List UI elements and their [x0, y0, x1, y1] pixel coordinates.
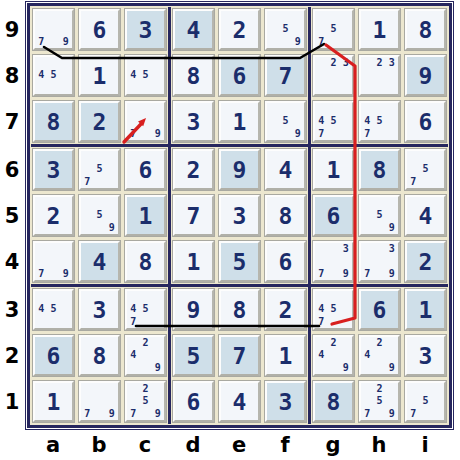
candidate-g4-3: 3 — [340, 243, 352, 255]
candidate-g8-2: 2 — [327, 57, 339, 69]
digit-i9: 8 — [407, 11, 444, 48]
candidate-h8-3: 3 — [386, 57, 398, 69]
digit-a5: 2 — [35, 197, 72, 234]
col-label-h: h — [367, 431, 391, 459]
cell-a5[interactable]: 2 — [33, 195, 74, 236]
candidate-g2-4: 4 — [315, 349, 327, 361]
cell-f7[interactable]: 59 — [265, 101, 306, 142]
candidate-g7-5: 5 — [327, 115, 339, 127]
cell-b8[interactable]: 1 — [79, 55, 120, 96]
candidate-a4-7: 7 — [35, 268, 47, 280]
candidate-i1-5: 5 — [419, 395, 431, 407]
digit-b7: 2 — [81, 103, 118, 140]
candidate-h5-5: 5 — [373, 209, 385, 221]
digit-f5: 8 — [267, 197, 304, 234]
cell-h5[interactable]: 59 — [359, 195, 400, 236]
row-label-7: 7 — [0, 108, 24, 136]
candidates-g4: 379 — [315, 243, 352, 280]
digit-a7: 8 — [35, 103, 72, 140]
cell-i7[interactable]: 6 — [405, 101, 446, 142]
cell-b7[interactable]: 2 — [79, 101, 120, 142]
candidates-b5: 59 — [81, 197, 118, 234]
cell-a1[interactable]: 1 — [33, 381, 74, 422]
sudoku-grid: 7963451458279425986731595718232394574576… — [31, 7, 448, 424]
candidate-b6-5: 5 — [93, 163, 105, 175]
digit-f3: 2 — [267, 291, 304, 328]
cell-a7[interactable]: 8 — [33, 101, 74, 142]
candidate-a8-4: 4 — [35, 69, 47, 81]
cell-d5[interactable]: 7 — [173, 195, 214, 236]
candidate-c2-4: 4 — [127, 349, 139, 361]
cell-h8[interactable]: 23 — [359, 55, 400, 96]
candidate-h7-4: 4 — [361, 115, 373, 127]
candidate-c8-5: 5 — [139, 69, 151, 81]
box-7: 453457682491792579 — [31, 287, 168, 424]
candidate-b1-9: 9 — [106, 408, 118, 420]
cell-e6[interactable]: 9 — [219, 149, 260, 190]
cell-a9[interactable]: 79 — [33, 9, 74, 50]
candidate-c3-4: 4 — [127, 303, 139, 315]
cell-e5[interactable]: 3 — [219, 195, 260, 236]
candidates-h5: 59 — [361, 197, 398, 234]
digit-d8: 8 — [175, 57, 212, 94]
cell-c8[interactable]: 45 — [125, 55, 166, 96]
box-9: 4576124924938257957 — [311, 287, 448, 424]
cell-b3[interactable]: 3 — [79, 289, 120, 330]
candidate-i1-7: 7 — [407, 408, 419, 420]
cell-c2[interactable]: 249 — [125, 335, 166, 376]
digit-i2: 3 — [407, 337, 444, 374]
col-label-f: f — [273, 431, 297, 459]
cell-i5[interactable]: 4 — [405, 195, 446, 236]
candidate-c3-7: 7 — [127, 316, 139, 328]
board-frame: 7963451458279425986731595718232394574576… — [27, 3, 452, 428]
candidate-b6-7: 7 — [81, 176, 93, 188]
candidate-a4-9: 9 — [60, 268, 72, 280]
candidates-a9: 79 — [35, 11, 72, 48]
candidate-f9-9: 9 — [292, 36, 304, 48]
cell-b9[interactable]: 6 — [79, 9, 120, 50]
cell-d6[interactable]: 2 — [173, 149, 214, 190]
candidates-g3: 457 — [315, 291, 352, 328]
candidate-a3-5: 5 — [47, 303, 59, 315]
cell-h3[interactable]: 6 — [359, 289, 400, 330]
cell-g3[interactable]: 457 — [313, 289, 354, 330]
cell-f9[interactable]: 59 — [265, 9, 306, 50]
row-label-1: 1 — [0, 388, 24, 416]
digit-c4: 8 — [127, 243, 164, 280]
digit-e1: 4 — [221, 383, 258, 420]
candidate-h4-3: 3 — [386, 243, 398, 255]
cell-g9[interactable]: 57 — [313, 9, 354, 50]
candidates-i1: 57 — [407, 383, 444, 420]
candidate-g4-9: 9 — [340, 268, 352, 280]
digit-e8: 6 — [221, 57, 258, 94]
candidate-c1-2: 2 — [139, 383, 151, 395]
cell-h1[interactable]: 2579 — [359, 381, 400, 422]
candidate-c3-5: 5 — [139, 303, 151, 315]
digit-h9: 1 — [361, 11, 398, 48]
cell-g6[interactable]: 1 — [313, 149, 354, 190]
digit-g6: 1 — [315, 151, 352, 188]
candidate-f7-9: 9 — [292, 128, 304, 140]
digit-i7: 6 — [407, 103, 444, 140]
candidates-h1: 2579 — [361, 383, 398, 420]
digit-b4: 4 — [81, 243, 118, 280]
cell-g7[interactable]: 457 — [313, 101, 354, 142]
cell-g8[interactable]: 23 — [313, 55, 354, 96]
row-label-6: 6 — [0, 156, 24, 184]
digit-b2: 8 — [81, 337, 118, 374]
digit-c9: 3 — [127, 11, 164, 48]
candidate-h8-2: 2 — [373, 57, 385, 69]
digit-a1: 1 — [35, 383, 72, 420]
candidate-c8-4: 4 — [127, 69, 139, 81]
digit-i8: 9 — [407, 57, 444, 94]
cell-a2[interactable]: 6 — [33, 335, 74, 376]
sudoku-diagram: { "game": "sudoku", "board": { "row_labe… — [0, 0, 460, 460]
cell-f8[interactable]: 7 — [265, 55, 306, 96]
candidates-g9: 57 — [315, 11, 352, 48]
cell-g4[interactable]: 379 — [313, 241, 354, 282]
cell-c6[interactable]: 6 — [125, 149, 166, 190]
digit-d3: 9 — [175, 291, 212, 328]
candidate-a9-7: 7 — [35, 36, 47, 48]
candidate-g3-5: 5 — [327, 303, 339, 315]
row-label-8: 8 — [0, 62, 24, 90]
candidate-a3-4: 4 — [35, 303, 47, 315]
cell-a4[interactable]: 79 — [33, 241, 74, 282]
candidate-f9-5: 5 — [279, 23, 291, 35]
digit-f4: 6 — [267, 243, 304, 280]
cell-e7[interactable]: 1 — [219, 101, 260, 142]
candidates-f7: 59 — [267, 103, 304, 140]
digit-e6: 9 — [221, 151, 258, 188]
digit-h3: 6 — [361, 291, 398, 328]
box-5: 294738156 — [171, 147, 308, 284]
candidates-c2: 249 — [127, 337, 164, 374]
cell-c9[interactable]: 3 — [125, 9, 166, 50]
digit-e2: 7 — [221, 337, 258, 374]
digit-d6: 2 — [175, 151, 212, 188]
candidate-c1-7: 7 — [127, 408, 139, 420]
col-label-a: a — [41, 431, 65, 459]
candidates-a3: 45 — [35, 291, 72, 328]
cell-h4[interactable]: 379 — [359, 241, 400, 282]
candidate-h7-7: 7 — [361, 128, 373, 140]
digit-e5: 3 — [221, 197, 258, 234]
digit-f6: 4 — [267, 151, 304, 188]
candidate-h1-7: 7 — [361, 408, 373, 420]
cell-d7[interactable]: 3 — [173, 101, 214, 142]
cell-c1[interactable]: 2579 — [125, 381, 166, 422]
candidate-i6-5: 5 — [419, 163, 431, 175]
candidate-g8-3: 3 — [340, 57, 352, 69]
candidates-a8: 45 — [35, 57, 72, 94]
candidates-h4: 379 — [361, 243, 398, 280]
candidate-h1-9: 9 — [386, 408, 398, 420]
digit-b3: 3 — [81, 291, 118, 328]
digit-e3: 8 — [221, 291, 258, 328]
cell-i1[interactable]: 57 — [405, 381, 446, 422]
box-2: 42598673159 — [171, 7, 308, 144]
cell-f5[interactable]: 8 — [265, 195, 306, 236]
cell-f3[interactable]: 2 — [265, 289, 306, 330]
cell-f1[interactable]: 3 — [265, 381, 306, 422]
candidates-i6: 57 — [407, 151, 444, 188]
candidates-g8: 23 — [315, 57, 352, 94]
candidate-h1-2: 2 — [373, 383, 385, 395]
digit-d4: 1 — [175, 243, 212, 280]
candidate-h7-5: 5 — [373, 115, 385, 127]
cell-i6[interactable]: 57 — [405, 149, 446, 190]
digit-i4: 2 — [407, 243, 444, 280]
digit-b8: 1 — [81, 57, 118, 94]
cell-h9[interactable]: 1 — [359, 9, 400, 50]
candidates-c3: 457 — [127, 291, 164, 328]
col-label-g: g — [321, 431, 345, 459]
candidates-g2: 249 — [315, 337, 352, 374]
cell-d4[interactable]: 1 — [173, 241, 214, 282]
digit-f2: 1 — [267, 337, 304, 374]
cell-g5[interactable]: 6 — [313, 195, 354, 236]
candidate-f7-5: 5 — [279, 115, 291, 127]
cell-d2[interactable]: 5 — [173, 335, 214, 376]
cell-h2[interactable]: 249 — [359, 335, 400, 376]
cell-d8[interactable]: 8 — [173, 55, 214, 96]
cell-a6[interactable]: 3 — [33, 149, 74, 190]
row-label-3: 3 — [0, 296, 24, 324]
cell-e1[interactable]: 4 — [219, 381, 260, 422]
candidate-i6-7: 7 — [407, 176, 419, 188]
candidate-c1-9: 9 — [152, 408, 164, 420]
row-label-4: 4 — [0, 248, 24, 276]
row-label-2: 2 — [0, 342, 24, 370]
candidate-b5-5: 5 — [93, 209, 105, 221]
candidate-c2-2: 2 — [139, 337, 151, 349]
candidate-c7-7: 7 — [127, 128, 139, 140]
candidate-h2-9: 9 — [386, 362, 398, 374]
cell-i4[interactable]: 2 — [405, 241, 446, 282]
candidates-g7: 457 — [315, 103, 352, 140]
candidate-b1-7: 7 — [81, 408, 93, 420]
digit-f1: 3 — [267, 383, 304, 420]
cell-g1[interactable]: 8 — [313, 381, 354, 422]
digit-d7: 3 — [175, 103, 212, 140]
candidate-g3-7: 7 — [315, 316, 327, 328]
cell-f4[interactable]: 6 — [265, 241, 306, 282]
candidate-a9-9: 9 — [60, 36, 72, 48]
sudoku-board: 7963451458279425986731595718232394574576… — [25, 1, 454, 430]
cell-h7[interactable]: 457 — [359, 101, 400, 142]
candidates-c8: 45 — [127, 57, 164, 94]
candidate-g2-9: 9 — [340, 362, 352, 374]
digit-d1: 6 — [175, 383, 212, 420]
digit-f8: 7 — [267, 57, 304, 94]
digit-d5: 7 — [175, 197, 212, 234]
col-label-d: d — [181, 431, 205, 459]
candidates-f9: 59 — [267, 11, 304, 48]
cell-i9[interactable]: 8 — [405, 9, 446, 50]
cell-e9[interactable]: 2 — [219, 9, 260, 50]
cell-a3[interactable]: 45 — [33, 289, 74, 330]
cell-c5[interactable]: 1 — [125, 195, 166, 236]
box-3: 5718232394574576 — [311, 7, 448, 144]
cell-f2[interactable]: 1 — [265, 335, 306, 376]
candidate-h1-5: 5 — [373, 395, 385, 407]
candidates-b1: 79 — [81, 383, 118, 420]
cell-a8[interactable]: 45 — [33, 55, 74, 96]
candidate-g7-4: 4 — [315, 115, 327, 127]
cell-c4[interactable]: 8 — [125, 241, 166, 282]
row-label-9: 9 — [0, 16, 24, 44]
cell-e3[interactable]: 8 — [219, 289, 260, 330]
candidate-h4-7: 7 — [361, 268, 373, 280]
candidate-c2-9: 9 — [152, 362, 164, 374]
candidate-g9-7: 7 — [315, 36, 327, 48]
box-1: 7963451458279 — [31, 7, 168, 144]
row-label-5: 5 — [0, 202, 24, 230]
digit-d9: 4 — [175, 11, 212, 48]
col-label-i: i — [413, 431, 437, 459]
digit-i3: 1 — [407, 291, 444, 328]
candidate-h5-9: 9 — [386, 222, 398, 234]
digit-i5: 4 — [407, 197, 444, 234]
col-label-b: b — [87, 431, 111, 459]
digit-e9: 2 — [221, 11, 258, 48]
candidate-g9-5: 5 — [327, 23, 339, 35]
candidate-b5-9: 9 — [106, 222, 118, 234]
col-label-e: e — [227, 431, 251, 459]
digit-c6: 6 — [127, 151, 164, 188]
cell-i8[interactable]: 9 — [405, 55, 446, 96]
digit-d2: 5 — [175, 337, 212, 374]
cell-c3[interactable]: 457 — [125, 289, 166, 330]
cell-b4[interactable]: 4 — [79, 241, 120, 282]
candidate-h2-4: 4 — [361, 349, 373, 361]
digit-b9: 6 — [81, 11, 118, 48]
cell-d9[interactable]: 4 — [173, 9, 214, 50]
cell-b6[interactable]: 57 — [79, 149, 120, 190]
cell-i2[interactable]: 3 — [405, 335, 446, 376]
digit-c5: 1 — [127, 197, 164, 234]
digit-g5: 6 — [315, 197, 352, 234]
candidate-g7-7: 7 — [315, 128, 327, 140]
cell-b2[interactable]: 8 — [79, 335, 120, 376]
col-label-c: c — [133, 431, 157, 459]
candidate-c1-5: 5 — [139, 395, 151, 407]
candidate-g2-2: 2 — [327, 337, 339, 349]
cell-e8[interactable]: 6 — [219, 55, 260, 96]
cell-e4[interactable]: 5 — [219, 241, 260, 282]
cell-c7[interactable]: 79 — [125, 101, 166, 142]
candidates-h7: 457 — [361, 103, 398, 140]
cell-d3[interactable]: 9 — [173, 289, 214, 330]
candidate-g3-4: 4 — [315, 303, 327, 315]
candidates-h8: 23 — [361, 57, 398, 94]
digit-g1: 8 — [315, 383, 352, 420]
candidates-c1: 2579 — [127, 383, 164, 420]
digit-e4: 5 — [221, 243, 258, 280]
candidates-b6: 57 — [81, 151, 118, 188]
digit-e7: 1 — [221, 103, 258, 140]
cell-e2[interactable]: 7 — [219, 335, 260, 376]
cell-b5[interactable]: 59 — [79, 195, 120, 236]
box-6: 185765943793792 — [311, 147, 448, 284]
cell-g2[interactable]: 249 — [313, 335, 354, 376]
candidate-h2-2: 2 — [373, 337, 385, 349]
candidate-c7-9: 9 — [152, 128, 164, 140]
candidate-g4-7: 7 — [315, 268, 327, 280]
digit-a6: 3 — [35, 151, 72, 188]
cell-h6[interactable]: 8 — [359, 149, 400, 190]
digit-a2: 6 — [35, 337, 72, 374]
cell-i3[interactable]: 1 — [405, 289, 446, 330]
cell-b1[interactable]: 79 — [79, 381, 120, 422]
box-4: 357625917948 — [31, 147, 168, 284]
candidate-a8-5: 5 — [47, 69, 59, 81]
cell-f6[interactable]: 4 — [265, 149, 306, 190]
candidates-h2: 249 — [361, 337, 398, 374]
box-8: 982571643 — [171, 287, 308, 424]
cell-d1[interactable]: 6 — [173, 381, 214, 422]
digit-h6: 8 — [361, 151, 398, 188]
candidates-a4: 79 — [35, 243, 72, 280]
candidate-h4-9: 9 — [386, 268, 398, 280]
candidates-c7: 79 — [127, 103, 164, 140]
